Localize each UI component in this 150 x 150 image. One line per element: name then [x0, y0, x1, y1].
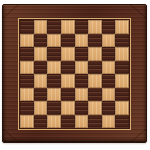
board-grid [20, 20, 129, 128]
board-square[interactable] [115, 20, 129, 34]
board-square[interactable] [34, 88, 48, 102]
board-square[interactable] [115, 88, 129, 102]
board-square[interactable] [47, 88, 61, 102]
board-square[interactable] [61, 115, 75, 129]
board-square[interactable] [102, 88, 116, 102]
board-square[interactable] [61, 88, 75, 102]
board-square[interactable] [20, 61, 34, 75]
board-square[interactable] [102, 20, 116, 34]
board-square[interactable] [115, 101, 129, 115]
board-square[interactable] [102, 115, 116, 129]
board-square[interactable] [61, 34, 75, 48]
board-square[interactable] [47, 20, 61, 34]
board-square[interactable] [20, 47, 34, 61]
board-square[interactable] [47, 101, 61, 115]
board-square[interactable] [88, 101, 102, 115]
board-square[interactable] [47, 115, 61, 129]
board-square[interactable] [88, 34, 102, 48]
board-square[interactable] [75, 61, 89, 75]
frame-miter-top-left [3, 5, 18, 18]
board-square[interactable] [88, 61, 102, 75]
board-square[interactable] [115, 34, 129, 48]
board-square[interactable] [75, 74, 89, 88]
board-square[interactable] [34, 20, 48, 34]
board-photo [0, 0, 150, 150]
board-square[interactable] [75, 34, 89, 48]
board-square[interactable] [75, 115, 89, 129]
frame-miter-top-right [131, 5, 146, 18]
board-inlay-line [18, 18, 131, 130]
board-square[interactable] [61, 74, 75, 88]
board-square[interactable] [102, 101, 116, 115]
board-square[interactable] [34, 61, 48, 75]
chess-board [2, 4, 147, 143]
board-square[interactable] [102, 34, 116, 48]
board-square[interactable] [88, 20, 102, 34]
board-square[interactable] [61, 61, 75, 75]
board-square[interactable] [47, 61, 61, 75]
board-square[interactable] [88, 88, 102, 102]
board-square[interactable] [102, 74, 116, 88]
board-square[interactable] [88, 47, 102, 61]
board-square[interactable] [20, 115, 34, 129]
frame-miter-bottom-left [3, 129, 18, 142]
board-square[interactable] [115, 47, 129, 61]
board-square[interactable] [34, 115, 48, 129]
board-square[interactable] [75, 88, 89, 102]
board-square[interactable] [115, 115, 129, 129]
board-square[interactable] [34, 47, 48, 61]
board-square[interactable] [75, 101, 89, 115]
board-square[interactable] [20, 74, 34, 88]
board-square[interactable] [88, 115, 102, 129]
board-square[interactable] [20, 88, 34, 102]
board-square[interactable] [47, 74, 61, 88]
board-square[interactable] [61, 20, 75, 34]
board-square[interactable] [20, 101, 34, 115]
board-square[interactable] [61, 101, 75, 115]
board-square[interactable] [20, 20, 34, 34]
board-square[interactable] [61, 47, 75, 61]
board-square[interactable] [47, 34, 61, 48]
board-square[interactable] [47, 47, 61, 61]
board-square[interactable] [102, 47, 116, 61]
board-square[interactable] [34, 34, 48, 48]
board-square[interactable] [34, 101, 48, 115]
board-square[interactable] [34, 74, 48, 88]
board-square[interactable] [115, 74, 129, 88]
board-square[interactable] [20, 34, 34, 48]
board-square[interactable] [115, 61, 129, 75]
frame-miter-bottom-right [131, 129, 146, 142]
board-square[interactable] [88, 74, 102, 88]
board-square[interactable] [75, 47, 89, 61]
board-square[interactable] [102, 61, 116, 75]
board-square[interactable] [75, 20, 89, 34]
